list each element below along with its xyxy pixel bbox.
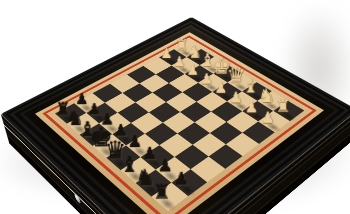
- piece-white-pawn[interactable]: ♟: [186, 64, 199, 78]
- piece-white-pawn[interactable]: ♟: [261, 110, 275, 125]
- piece-white-bishop[interactable]: ♝: [243, 77, 259, 95]
- piece-black-pawn[interactable]: ♟: [88, 102, 102, 117]
- piece-white-rook[interactable]: ♜: [275, 98, 290, 115]
- square-d4[interactable]: [180, 102, 211, 123]
- piece-black-rook[interactable]: ♜: [152, 182, 170, 202]
- piece-white-pawn[interactable]: ♟: [161, 47, 173, 60]
- scene: ♜♞♝♚♛♝♞♜♟♟♟♟♟♟♟♟♟♟♟♟♟♟♟♟♜♞♝♚♛♝♞♜: [0, 0, 350, 214]
- piece-black-pawn[interactable]: ♟: [174, 171, 190, 188]
- chess-case: ♜♞♝♚♛♝♞♜♟♟♟♟♟♟♟♟♟♟♟♟♟♟♟♟♜♞♝♚♛♝♞♜: [1, 17, 350, 214]
- piece-white-knight[interactable]: ♞: [258, 86, 275, 105]
- piece-white-pawn[interactable]: ♟: [200, 72, 213, 86]
- drawer-knob[interactable]: [74, 193, 81, 205]
- product-photo-stage: ♜♞♝♚♛♝♞♜♟♟♟♟♟♟♟♟♟♟♟♟♟♟♟♟♜♞♝♚♛♝♞♜: [0, 0, 350, 214]
- piece-black-pawn[interactable]: ♟: [142, 146, 157, 163]
- piece-black-pawn[interactable]: ♟: [158, 158, 173, 175]
- piece-white-pawn[interactable]: ♟: [245, 100, 259, 115]
- piece-white-pawn[interactable]: ♟: [214, 81, 227, 96]
- piece-white-pawn[interactable]: ♟: [173, 55, 185, 69]
- piece-white-pawn[interactable]: ♟: [229, 91, 242, 106]
- piece-black-pawn[interactable]: ♟: [128, 134, 143, 150]
